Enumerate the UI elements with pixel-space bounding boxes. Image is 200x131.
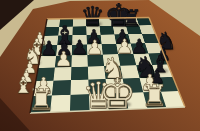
white-pawn-b4[interactable]: ♟ — [53, 49, 73, 69]
chess-app-window: ♛♚♜♝♟♟♟♟♟♟♟♟♟♞♞♟♟♜♛♚♜♟♝♞♟♟♝♞♟♝♟ — [0, 0, 200, 131]
white-king-e1[interactable]: ♚ — [97, 73, 139, 115]
white-rook-a1[interactable]: ♜ — [26, 85, 56, 115]
white-rook-g1[interactable]: ♜ — [139, 81, 169, 111]
